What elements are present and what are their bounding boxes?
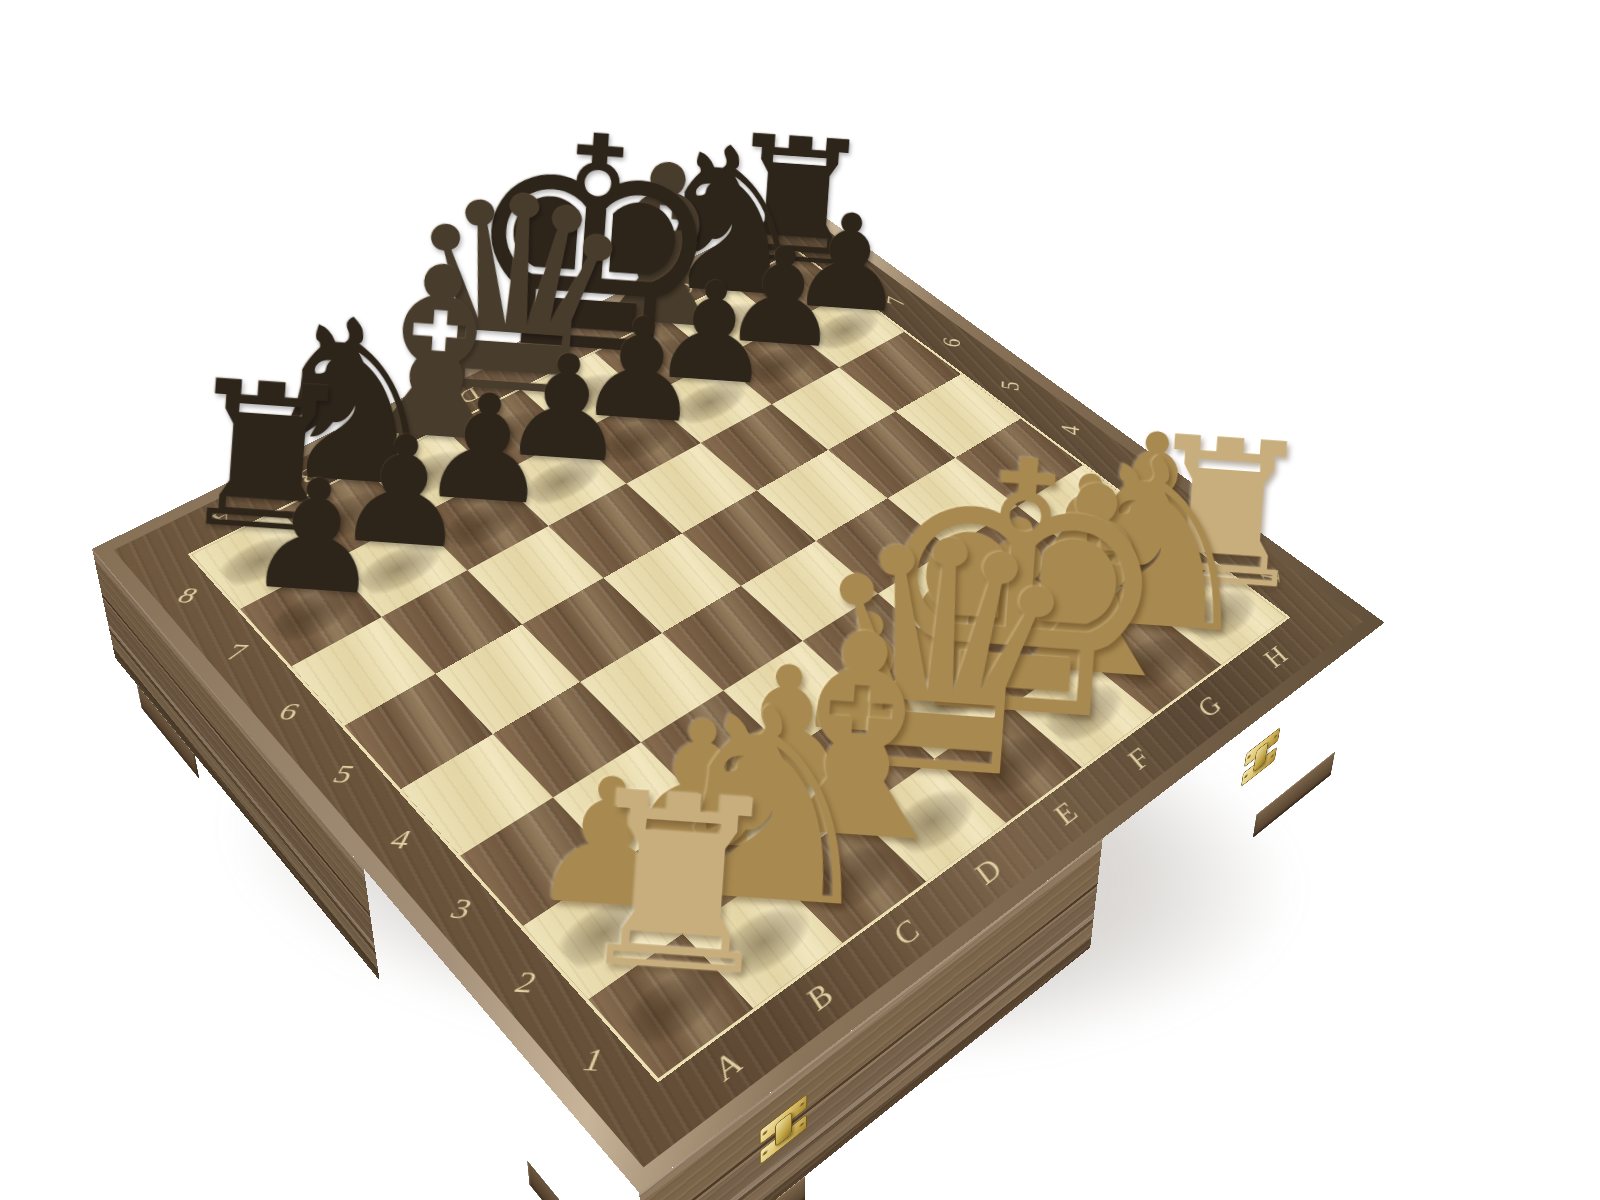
rank-label-left-6: 6	[259, 692, 320, 731]
brass-latch-icon	[754, 1088, 813, 1171]
box-foot	[136, 684, 199, 780]
piece-a1-white-rook[interactable]: ♜	[467, 750, 891, 1018]
photo-tilt-wrapper: ♜♞♝♛♚♝♞♜♟♟♟♟♟♟♟♟♟♟♟♟♟♟♟♟♜♞♝♛♚♝♞♜ 8877665…	[0, 0, 1600, 1200]
box-foot	[691, 1175, 806, 1200]
brass-latch-icon	[1237, 722, 1285, 791]
box-foot	[527, 1160, 613, 1200]
box-foot	[1253, 751, 1336, 838]
chess-box: ♜♞♝♛♚♝♞♜♟♟♟♟♟♟♟♟♟♟♟♟♟♟♟♟♜♞♝♛♚♝♞♜ 8877665…	[92, 202, 1384, 1192]
file-label-front-A: A	[689, 1031, 765, 1099]
rank-label-left-5: 5	[313, 753, 374, 794]
rank-label-left-7: 7	[207, 633, 267, 670]
rank-label-left-1: 1	[562, 1034, 626, 1085]
scene: ♜♞♝♛♚♝♞♜♟♟♟♟♟♟♟♟♟♟♟♟♟♟♟♟♜♞♝♛♚♝♞♜ 8877665…	[0, 0, 1600, 1200]
piece-a7-black-pawn[interactable]: ♟	[137, 447, 496, 625]
photo-stage: ♜♞♝♛♚♝♞♜♟♟♟♟♟♟♟♟♟♟♟♟♟♟♟♟♜♞♝♛♚♝♞♜ 8877665…	[0, 0, 1600, 1200]
